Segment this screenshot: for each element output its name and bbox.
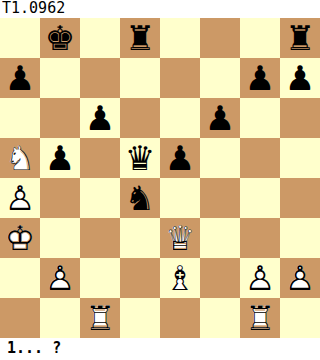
- square-c3[interactable]: [80, 218, 120, 258]
- piece-black-knight[interactable]: ♞: [120, 178, 160, 218]
- square-a7[interactable]: ♟: [0, 58, 40, 98]
- square-f1[interactable]: [200, 298, 240, 338]
- square-g5[interactable]: [240, 138, 280, 178]
- piece-white-rook[interactable]: ♖: [240, 298, 280, 338]
- piece-black-pawn[interactable]: ♟: [40, 138, 80, 178]
- square-f6[interactable]: ♟: [200, 98, 240, 138]
- square-f7[interactable]: [200, 58, 240, 98]
- square-d3[interactable]: [120, 218, 160, 258]
- square-d2[interactable]: [120, 258, 160, 298]
- piece-white-king[interactable]: ♔: [0, 218, 40, 258]
- square-h8[interactable]: ♜: [280, 18, 320, 58]
- piece-black-rook[interactable]: ♜: [120, 18, 160, 58]
- piece-white-queen[interactable]: ♕: [160, 218, 200, 258]
- square-d4[interactable]: ♞: [120, 178, 160, 218]
- square-g1[interactable]: ♜♖: [240, 298, 280, 338]
- square-b6[interactable]: [40, 98, 80, 138]
- square-b5[interactable]: ♟: [40, 138, 80, 178]
- square-d5[interactable]: ♛: [120, 138, 160, 178]
- chess-board: ♚♜♜♟♟♟♟♟♞♘♟♛♟♟♙♞♚♔♛♕♟♙♝♗♟♙♟♙♜♖♜♖: [0, 18, 320, 338]
- square-e4[interactable]: [160, 178, 200, 218]
- chess-puzzle-page: T1.0962 ♚♜♜♟♟♟♟♟♞♘♟♛♟♟♙♞♚♔♛♕♟♙♝♗♟♙♟♙♜♖♜♖…: [0, 0, 320, 360]
- square-h7[interactable]: ♟: [280, 58, 320, 98]
- square-f2[interactable]: [200, 258, 240, 298]
- square-c8[interactable]: [80, 18, 120, 58]
- square-c1[interactable]: ♜♖: [80, 298, 120, 338]
- square-f4[interactable]: [200, 178, 240, 218]
- piece-black-pawn[interactable]: ♟: [0, 58, 40, 98]
- piece-black-pawn[interactable]: ♟: [160, 138, 200, 178]
- square-f5[interactable]: [200, 138, 240, 178]
- square-d8[interactable]: ♜: [120, 18, 160, 58]
- piece-black-pawn[interactable]: ♟: [280, 58, 320, 98]
- square-g3[interactable]: [240, 218, 280, 258]
- square-d1[interactable]: [120, 298, 160, 338]
- square-b4[interactable]: [40, 178, 80, 218]
- square-h6[interactable]: [280, 98, 320, 138]
- square-a3[interactable]: ♚♔: [0, 218, 40, 258]
- piece-white-bishop[interactable]: ♗: [160, 258, 200, 298]
- square-h1[interactable]: [280, 298, 320, 338]
- square-g4[interactable]: [240, 178, 280, 218]
- square-h2[interactable]: ♟♙: [280, 258, 320, 298]
- square-e7[interactable]: [160, 58, 200, 98]
- square-f3[interactable]: [200, 218, 240, 258]
- square-c4[interactable]: [80, 178, 120, 218]
- square-d7[interactable]: [120, 58, 160, 98]
- square-c6[interactable]: ♟: [80, 98, 120, 138]
- square-e8[interactable]: [160, 18, 200, 58]
- square-d6[interactable]: [120, 98, 160, 138]
- square-b8[interactable]: ♚: [40, 18, 80, 58]
- piece-black-pawn[interactable]: ♟: [80, 98, 120, 138]
- square-a6[interactable]: [0, 98, 40, 138]
- piece-black-queen[interactable]: ♛: [120, 138, 160, 178]
- square-a5[interactable]: ♞♘: [0, 138, 40, 178]
- piece-black-pawn[interactable]: ♟: [240, 58, 280, 98]
- square-h3[interactable]: [280, 218, 320, 258]
- piece-white-rook[interactable]: ♖: [80, 298, 120, 338]
- puzzle-title: T1.0962: [0, 0, 320, 18]
- square-e2[interactable]: ♝♗: [160, 258, 200, 298]
- square-b2[interactable]: ♟♙: [40, 258, 80, 298]
- piece-black-king[interactable]: ♚: [40, 18, 80, 58]
- square-e5[interactable]: ♟: [160, 138, 200, 178]
- piece-white-knight[interactable]: ♘: [0, 138, 40, 178]
- square-f8[interactable]: [200, 18, 240, 58]
- piece-black-rook[interactable]: ♜: [280, 18, 320, 58]
- square-h4[interactable]: [280, 178, 320, 218]
- square-c2[interactable]: [80, 258, 120, 298]
- square-b3[interactable]: [40, 218, 80, 258]
- square-g7[interactable]: ♟: [240, 58, 280, 98]
- square-e3[interactable]: ♛♕: [160, 218, 200, 258]
- square-g6[interactable]: [240, 98, 280, 138]
- square-g2[interactable]: ♟♙: [240, 258, 280, 298]
- piece-white-pawn[interactable]: ♙: [40, 258, 80, 298]
- square-h5[interactable]: [280, 138, 320, 178]
- square-c7[interactable]: [80, 58, 120, 98]
- square-a2[interactable]: [0, 258, 40, 298]
- piece-black-pawn[interactable]: ♟: [200, 98, 240, 138]
- piece-white-pawn[interactable]: ♙: [240, 258, 280, 298]
- piece-white-pawn[interactable]: ♙: [280, 258, 320, 298]
- piece-white-pawn[interactable]: ♙: [0, 178, 40, 218]
- square-g8[interactable]: [240, 18, 280, 58]
- square-b7[interactable]: [40, 58, 80, 98]
- square-e1[interactable]: [160, 298, 200, 338]
- square-a1[interactable]: [0, 298, 40, 338]
- square-e6[interactable]: [160, 98, 200, 138]
- move-prompt: 1... ?: [0, 338, 320, 360]
- square-b1[interactable]: [40, 298, 80, 338]
- square-a4[interactable]: ♟♙: [0, 178, 40, 218]
- square-a8[interactable]: [0, 18, 40, 58]
- square-c5[interactable]: [80, 138, 120, 178]
